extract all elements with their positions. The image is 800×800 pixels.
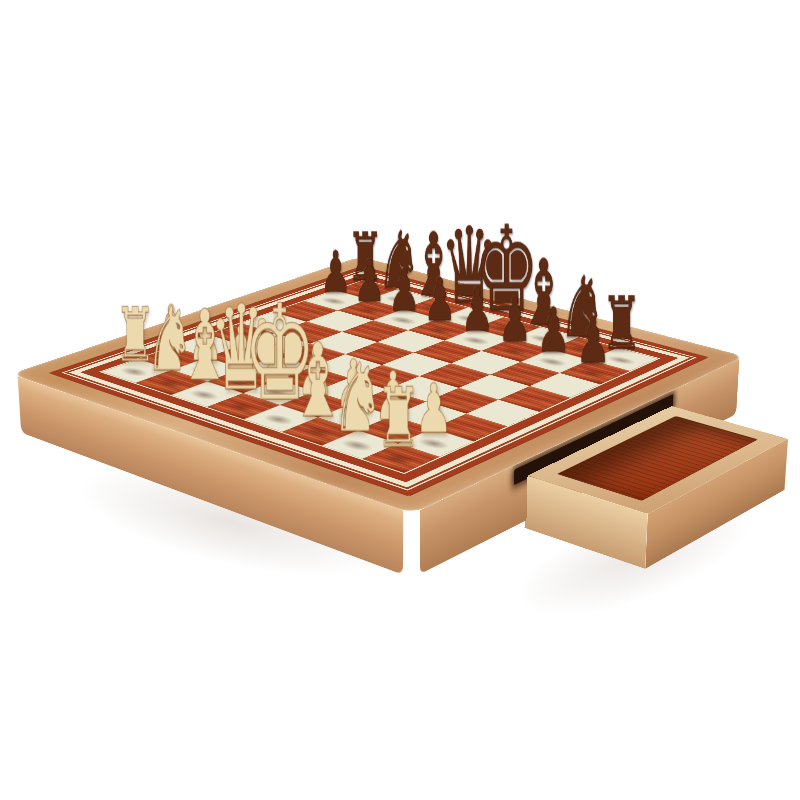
square-h1: ♜ <box>362 443 439 473</box>
board-frame: ♜♞♝♛♚♝♞♜♟♟♟♟♟♟♟♟♟♟♟♟♟♟♟♟♜♞♝♛♚♝♞♜ <box>11 257 745 514</box>
piece-white-rook-h1: ♜ <box>351 376 448 459</box>
product-photo-stage: ♜♞♝♛♚♝♞♜♟♟♟♟♟♟♟♟♟♟♟♟♟♟♟♟♜♞♝♛♚♝♞♜ <box>0 0 800 800</box>
piece-black-pawn-h7: ♟ <box>549 310 637 373</box>
